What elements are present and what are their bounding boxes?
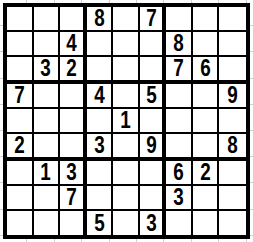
cell-r7c5[interactable] bbox=[113, 161, 140, 186]
cell-r2c9[interactable] bbox=[219, 32, 246, 57]
cell-digit: 7 bbox=[173, 57, 183, 80]
cell-r4c7[interactable] bbox=[166, 84, 193, 109]
cell-digit: 2 bbox=[66, 57, 76, 80]
cell-r3c2[interactable]: 3 bbox=[34, 57, 61, 84]
cell-r7c1[interactable] bbox=[7, 161, 34, 186]
cell-r7c3[interactable]: 3 bbox=[60, 161, 87, 186]
cell-digit: 7 bbox=[146, 7, 156, 30]
cell-digit: 1 bbox=[120, 109, 130, 132]
cell-r3c7[interactable]: 7 bbox=[166, 57, 193, 84]
cell-digit: 3 bbox=[41, 57, 51, 80]
cell-digit: 4 bbox=[94, 84, 104, 107]
cell-r5c2[interactable] bbox=[34, 109, 61, 134]
cell-r5c4[interactable] bbox=[87, 109, 114, 134]
cell-r7c2[interactable]: 1 bbox=[34, 161, 61, 186]
cell-r3c5[interactable] bbox=[113, 57, 140, 84]
cell-digit: 5 bbox=[94, 212, 104, 235]
cell-r7c8[interactable]: 2 bbox=[193, 161, 220, 186]
cell-r4c2[interactable] bbox=[34, 84, 61, 109]
cell-digit: 1 bbox=[41, 161, 51, 184]
cell-r5c9[interactable] bbox=[219, 109, 246, 134]
cell-r9c3[interactable] bbox=[60, 211, 87, 235]
cell-digit: 3 bbox=[94, 134, 104, 157]
cell-r6c4[interactable]: 3 bbox=[87, 134, 114, 161]
cell-r8c8[interactable] bbox=[193, 186, 220, 211]
cell-digit: 9 bbox=[227, 84, 237, 107]
cell-r8c9[interactable] bbox=[219, 186, 246, 211]
cell-r1c4[interactable]: 8 bbox=[87, 7, 114, 32]
cell-r2c2[interactable] bbox=[34, 32, 61, 57]
sudoku-grid: 8748327674591239813627353 bbox=[7, 7, 246, 235]
cell-r5c3[interactable] bbox=[60, 109, 87, 134]
cell-r4c3[interactable] bbox=[60, 84, 87, 109]
sudoku-board: 8748327674591239813627353 bbox=[3, 3, 250, 239]
cell-r9c5[interactable] bbox=[113, 211, 140, 235]
cell-digit: 5 bbox=[146, 84, 156, 107]
cell-digit: 3 bbox=[66, 161, 76, 184]
cell-r6c8[interactable] bbox=[193, 134, 220, 161]
cell-digit: 6 bbox=[173, 161, 183, 184]
cell-r5c7[interactable] bbox=[166, 109, 193, 134]
cell-digit: 7 bbox=[66, 186, 76, 209]
cell-r9c4[interactable]: 5 bbox=[87, 211, 114, 235]
cell-r8c2[interactable] bbox=[34, 186, 61, 211]
cell-r2c3[interactable]: 4 bbox=[60, 32, 87, 57]
cell-r1c2[interactable] bbox=[34, 7, 61, 32]
cell-r8c3[interactable]: 7 bbox=[60, 186, 87, 211]
cell-digit: 3 bbox=[146, 212, 156, 235]
cell-r1c9[interactable] bbox=[219, 7, 246, 32]
cell-r1c1[interactable] bbox=[7, 7, 34, 32]
cell-r7c6[interactable] bbox=[140, 161, 167, 186]
cell-r5c8[interactable] bbox=[193, 109, 220, 134]
cell-r3c8[interactable]: 6 bbox=[193, 57, 220, 84]
cell-r4c1[interactable]: 7 bbox=[7, 84, 34, 109]
cell-r3c3[interactable]: 2 bbox=[60, 57, 87, 84]
cell-r1c6[interactable]: 7 bbox=[140, 7, 167, 32]
cell-r2c8[interactable] bbox=[193, 32, 220, 57]
cell-r8c6[interactable] bbox=[140, 186, 167, 211]
cell-digit: 7 bbox=[14, 84, 24, 107]
cell-r9c7[interactable] bbox=[166, 211, 193, 235]
cell-r6c2[interactable] bbox=[34, 134, 61, 161]
cell-r6c7[interactable] bbox=[166, 134, 193, 161]
cell-digit: 4 bbox=[66, 32, 76, 55]
cell-r6c5[interactable] bbox=[113, 134, 140, 161]
cell-r3c1[interactable] bbox=[7, 57, 34, 84]
cell-r4c4[interactable]: 4 bbox=[87, 84, 114, 109]
cell-r2c5[interactable] bbox=[113, 32, 140, 57]
cell-r5c5[interactable]: 1 bbox=[113, 109, 140, 134]
cell-r3c6[interactable] bbox=[140, 57, 167, 84]
cell-r1c3[interactable] bbox=[60, 7, 87, 32]
cell-r2c4[interactable] bbox=[87, 32, 114, 57]
cell-r6c3[interactable] bbox=[60, 134, 87, 161]
cell-r9c6[interactable]: 3 bbox=[140, 211, 167, 235]
cell-r8c7[interactable]: 3 bbox=[166, 186, 193, 211]
cell-r8c1[interactable] bbox=[7, 186, 34, 211]
cell-r1c7[interactable] bbox=[166, 7, 193, 32]
cell-r5c1[interactable] bbox=[7, 109, 34, 134]
cell-r9c8[interactable] bbox=[193, 211, 220, 235]
cell-digit: 8 bbox=[227, 134, 237, 157]
cell-r9c2[interactable] bbox=[34, 211, 61, 235]
cell-r6c6[interactable]: 9 bbox=[140, 134, 167, 161]
cell-r1c5[interactable] bbox=[113, 7, 140, 32]
cell-r2c7[interactable]: 8 bbox=[166, 32, 193, 57]
cell-r7c9[interactable] bbox=[219, 161, 246, 186]
cell-digit: 3 bbox=[173, 186, 183, 209]
cell-r3c9[interactable] bbox=[219, 57, 246, 84]
cell-digit: 2 bbox=[14, 134, 24, 157]
cell-digit: 6 bbox=[200, 57, 210, 80]
cell-r6c1[interactable]: 2 bbox=[7, 134, 34, 161]
cell-r4c5[interactable] bbox=[113, 84, 140, 109]
cell-r3c4[interactable] bbox=[87, 57, 114, 84]
cell-r8c4[interactable] bbox=[87, 186, 114, 211]
cell-digit: 8 bbox=[173, 32, 183, 55]
cell-r7c7[interactable]: 6 bbox=[166, 161, 193, 186]
cell-r4c9[interactable]: 9 bbox=[219, 84, 246, 109]
cell-r6c9[interactable]: 8 bbox=[219, 134, 246, 161]
cell-r4c6[interactable]: 5 bbox=[140, 84, 167, 109]
cell-digit: 9 bbox=[146, 134, 156, 157]
cell-r1c8[interactable] bbox=[193, 7, 220, 32]
cell-r4c8[interactable] bbox=[193, 84, 220, 109]
cell-r9c9[interactable] bbox=[219, 211, 246, 235]
cell-r2c6[interactable] bbox=[140, 32, 167, 57]
cell-r5c6[interactable] bbox=[140, 109, 167, 134]
cell-r8c5[interactable] bbox=[113, 186, 140, 211]
cell-r2c1[interactable] bbox=[7, 32, 34, 57]
page: 8748327674591239813627353 bbox=[0, 0, 253, 242]
cell-digit: 8 bbox=[94, 7, 104, 30]
cell-r7c4[interactable] bbox=[87, 161, 114, 186]
cell-digit: 2 bbox=[200, 161, 210, 184]
cell-r9c1[interactable] bbox=[7, 211, 34, 235]
